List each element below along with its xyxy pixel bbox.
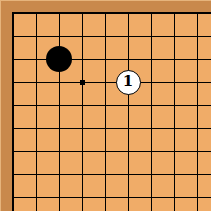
frame-bevel-highlight-left xyxy=(0,0,1,211)
grid-line-horizontal xyxy=(12,151,211,152)
grid-line-horizontal xyxy=(12,59,211,60)
move-number-label: 1 xyxy=(123,74,133,89)
go-board xyxy=(12,12,211,211)
hoshi-point xyxy=(80,80,85,85)
go-corner-diagram: 1 xyxy=(0,0,211,211)
grid-line-horizontal xyxy=(12,82,211,83)
grid-line-vertical xyxy=(174,12,175,211)
grid-line-vertical xyxy=(105,12,106,211)
grid-line-vertical xyxy=(197,12,198,211)
grid-line-horizontal xyxy=(12,174,211,175)
frame-bevel-highlight-top xyxy=(0,0,211,1)
white-stone-move-1: 1 xyxy=(116,70,141,95)
grid-line-vertical xyxy=(151,12,152,211)
black-stone xyxy=(46,46,72,72)
grid-line-vertical xyxy=(128,12,129,211)
grid-line-vertical xyxy=(59,12,60,211)
grid-line-horizontal xyxy=(12,197,211,198)
grid-line-horizontal xyxy=(12,128,211,129)
grid-line-vertical xyxy=(82,12,83,211)
grid-line-horizontal xyxy=(12,36,211,37)
grid-line-horizontal xyxy=(12,105,211,106)
grid-line-vertical xyxy=(36,12,37,211)
